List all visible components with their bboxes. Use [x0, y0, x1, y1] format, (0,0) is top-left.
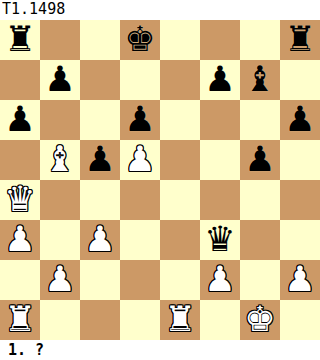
square-g3[interactable]	[240, 220, 280, 260]
piece-white-bishop[interactable]: ♝	[44, 140, 75, 179]
square-d5[interactable]: ♟	[120, 140, 160, 180]
square-g6[interactable]	[240, 100, 280, 140]
piece-white-pawn[interactable]: ♟	[44, 260, 75, 299]
square-e2[interactable]	[160, 260, 200, 300]
square-d6[interactable]: ♟	[120, 100, 160, 140]
piece-black-bishop[interactable]: ♝	[244, 60, 275, 99]
square-a8[interactable]: ♜	[0, 20, 40, 60]
square-c8[interactable]	[80, 20, 120, 60]
square-f4[interactable]	[200, 180, 240, 220]
square-b4[interactable]	[40, 180, 80, 220]
piece-white-rook[interactable]: ♜	[4, 300, 35, 339]
square-c2[interactable]	[80, 260, 120, 300]
square-d4[interactable]	[120, 180, 160, 220]
piece-white-king[interactable]: ♚	[244, 300, 275, 339]
square-a1[interactable]: ♜	[0, 300, 40, 340]
square-e8[interactable]	[160, 20, 200, 60]
square-d1[interactable]	[120, 300, 160, 340]
square-d3[interactable]	[120, 220, 160, 260]
piece-black-pawn[interactable]: ♟	[44, 60, 75, 99]
piece-black-pawn[interactable]: ♟	[244, 140, 275, 179]
square-e1[interactable]: ♜	[160, 300, 200, 340]
square-h8[interactable]: ♜	[280, 20, 320, 60]
square-g1[interactable]: ♚	[240, 300, 280, 340]
piece-black-pawn[interactable]: ♟	[284, 100, 315, 139]
square-g4[interactable]	[240, 180, 280, 220]
square-e3[interactable]	[160, 220, 200, 260]
square-g5[interactable]: ♟	[240, 140, 280, 180]
chess-board: ♜♚♜♟♟♝♟♟♟♝♟♟♟♛♟♟♛♟♟♟♜♜♚	[0, 20, 320, 340]
square-d2[interactable]	[120, 260, 160, 300]
piece-black-rook[interactable]: ♜	[284, 20, 315, 59]
square-f7[interactable]: ♟	[200, 60, 240, 100]
piece-white-pawn[interactable]: ♟	[84, 220, 115, 259]
square-f8[interactable]	[200, 20, 240, 60]
square-a4[interactable]: ♛	[0, 180, 40, 220]
square-h1[interactable]	[280, 300, 320, 340]
square-a3[interactable]: ♟	[0, 220, 40, 260]
piece-white-queen[interactable]: ♛	[4, 180, 35, 219]
square-d8[interactable]: ♚	[120, 20, 160, 60]
square-c7[interactable]	[80, 60, 120, 100]
square-f1[interactable]	[200, 300, 240, 340]
square-e6[interactable]	[160, 100, 200, 140]
square-b8[interactable]	[40, 20, 80, 60]
piece-black-rook[interactable]: ♜	[4, 20, 35, 59]
square-h4[interactable]	[280, 180, 320, 220]
piece-white-pawn[interactable]: ♟	[4, 220, 35, 259]
square-c1[interactable]	[80, 300, 120, 340]
square-a2[interactable]	[0, 260, 40, 300]
square-h7[interactable]	[280, 60, 320, 100]
square-b7[interactable]: ♟	[40, 60, 80, 100]
square-h2[interactable]: ♟	[280, 260, 320, 300]
piece-black-pawn[interactable]: ♟	[204, 60, 235, 99]
piece-black-pawn[interactable]: ♟	[4, 100, 35, 139]
move-prompt: 1. ?	[0, 340, 320, 360]
piece-white-pawn[interactable]: ♟	[284, 260, 315, 299]
square-c3[interactable]: ♟	[80, 220, 120, 260]
square-f6[interactable]	[200, 100, 240, 140]
piece-white-rook[interactable]: ♜	[164, 300, 195, 339]
square-a7[interactable]	[0, 60, 40, 100]
square-b6[interactable]	[40, 100, 80, 140]
square-b2[interactable]: ♟	[40, 260, 80, 300]
piece-white-pawn[interactable]: ♟	[204, 260, 235, 299]
square-h6[interactable]: ♟	[280, 100, 320, 140]
puzzle-id: T1.1498	[0, 0, 320, 20]
piece-black-king[interactable]: ♚	[124, 20, 155, 59]
square-f5[interactable]	[200, 140, 240, 180]
square-b3[interactable]	[40, 220, 80, 260]
piece-black-queen[interactable]: ♛	[204, 220, 235, 259]
square-c6[interactable]	[80, 100, 120, 140]
square-f3[interactable]: ♛	[200, 220, 240, 260]
square-c4[interactable]	[80, 180, 120, 220]
square-d7[interactable]	[120, 60, 160, 100]
square-a6[interactable]: ♟	[0, 100, 40, 140]
square-f2[interactable]: ♟	[200, 260, 240, 300]
square-g7[interactable]: ♝	[240, 60, 280, 100]
square-h5[interactable]	[280, 140, 320, 180]
square-c5[interactable]: ♟	[80, 140, 120, 180]
piece-black-pawn[interactable]: ♟	[84, 140, 115, 179]
square-e7[interactable]	[160, 60, 200, 100]
square-b1[interactable]	[40, 300, 80, 340]
piece-black-pawn[interactable]: ♟	[124, 100, 155, 139]
square-g8[interactable]	[240, 20, 280, 60]
chess-puzzle-app: T1.1498 ♜♚♜♟♟♝♟♟♟♝♟♟♟♛♟♟♛♟♟♟♜♜♚ 1. ?	[0, 0, 320, 360]
square-e5[interactable]	[160, 140, 200, 180]
square-e4[interactable]	[160, 180, 200, 220]
square-b5[interactable]: ♝	[40, 140, 80, 180]
square-h3[interactable]	[280, 220, 320, 260]
piece-white-pawn[interactable]: ♟	[124, 140, 155, 179]
square-g2[interactable]	[240, 260, 280, 300]
square-a5[interactable]	[0, 140, 40, 180]
